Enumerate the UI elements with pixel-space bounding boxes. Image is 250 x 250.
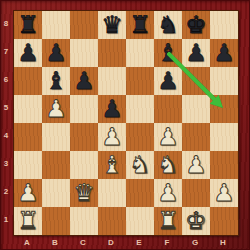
square-a5[interactable] [14, 95, 42, 123]
piece-white-pawn-g3[interactable]: ♟ [182, 151, 210, 179]
file-label-A: A [13, 236, 41, 250]
square-f4[interactable]: ♟ [154, 123, 182, 151]
square-b8[interactable] [42, 11, 70, 39]
piece-black-knight-f8[interactable]: ♞ [154, 11, 182, 39]
piece-black-pawn-d5[interactable]: ♟ [98, 95, 126, 123]
piece-white-pawn-f2[interactable]: ♟ [154, 179, 182, 207]
square-h8[interactable] [210, 11, 238, 39]
rank-label-8: 8 [0, 10, 12, 38]
square-a2[interactable]: ♟ [14, 179, 42, 207]
square-b4[interactable] [42, 123, 70, 151]
square-a7[interactable]: ♟ [14, 39, 42, 67]
square-f2[interactable]: ♟ [154, 179, 182, 207]
square-b3[interactable] [42, 151, 70, 179]
piece-black-pawn-b7[interactable]: ♟ [42, 39, 70, 67]
square-e1[interactable] [126, 207, 154, 235]
square-b2[interactable] [42, 179, 70, 207]
square-d3[interactable]: ♝ [98, 151, 126, 179]
piece-black-pawn-f6[interactable]: ♟ [154, 67, 182, 95]
square-d1[interactable] [98, 207, 126, 235]
square-g1[interactable]: ♚ [182, 207, 210, 235]
piece-white-bishop-d3[interactable]: ♝ [98, 151, 126, 179]
square-e3[interactable]: ♞ [126, 151, 154, 179]
piece-white-pawn-d4[interactable]: ♟ [98, 123, 126, 151]
square-h7[interactable]: ♟ [210, 39, 238, 67]
rank-label-3: 3 [0, 150, 12, 178]
piece-black-pawn-h7[interactable]: ♟ [210, 39, 238, 67]
file-label-C: C [69, 236, 97, 250]
square-e2[interactable] [126, 179, 154, 207]
rank-label-6: 6 [0, 66, 12, 94]
file-label-F: F [153, 236, 181, 250]
square-h1[interactable] [210, 207, 238, 235]
square-f1[interactable]: ♜ [154, 207, 182, 235]
square-d8[interactable]: ♛ [98, 11, 126, 39]
file-label-D: D [97, 236, 125, 250]
piece-black-king-g8[interactable]: ♚ [182, 11, 210, 39]
rank-label-7: 7 [0, 38, 12, 66]
square-f6[interactable]: ♟ [154, 67, 182, 95]
square-a8[interactable]: ♜ [14, 11, 42, 39]
rank-label-4: 4 [0, 122, 12, 150]
square-a4[interactable] [14, 123, 42, 151]
square-b7[interactable]: ♟ [42, 39, 70, 67]
square-h5[interactable] [210, 95, 238, 123]
piece-black-bishop-f7[interactable]: ♝ [154, 39, 182, 67]
square-e7[interactable] [126, 39, 154, 67]
piece-black-queen-d8[interactable]: ♛ [98, 11, 126, 39]
square-g8[interactable]: ♚ [182, 11, 210, 39]
square-f5[interactable] [154, 95, 182, 123]
square-h3[interactable] [210, 151, 238, 179]
square-a6[interactable] [14, 67, 42, 95]
square-g5[interactable] [182, 95, 210, 123]
square-f7[interactable]: ♝ [154, 39, 182, 67]
square-c6[interactable]: ♟ [70, 67, 98, 95]
square-c4[interactable] [70, 123, 98, 151]
piece-white-queen-c2[interactable]: ♛ [70, 179, 98, 207]
rank-label-2: 2 [0, 178, 12, 206]
piece-white-knight-f3[interactable]: ♞ [154, 151, 182, 179]
square-b1[interactable] [42, 207, 70, 235]
square-d6[interactable] [98, 67, 126, 95]
square-g6[interactable] [182, 67, 210, 95]
square-g7[interactable]: ♟ [182, 39, 210, 67]
square-d7[interactable] [98, 39, 126, 67]
square-d5[interactable]: ♟ [98, 95, 126, 123]
square-g3[interactable]: ♟ [182, 151, 210, 179]
square-g4[interactable] [182, 123, 210, 151]
square-e5[interactable] [126, 95, 154, 123]
square-e6[interactable] [126, 67, 154, 95]
square-b5[interactable]: ♟ [42, 95, 70, 123]
square-c8[interactable] [70, 11, 98, 39]
rank-label-1: 1 [0, 206, 12, 234]
piece-black-bishop-b6[interactable]: ♝ [42, 67, 70, 95]
square-c2[interactable]: ♛ [70, 179, 98, 207]
piece-white-pawn-b5[interactable]: ♟ [42, 95, 70, 123]
square-c1[interactable] [70, 207, 98, 235]
piece-black-pawn-a7[interactable]: ♟ [14, 39, 42, 67]
file-label-H: H [209, 236, 237, 250]
square-f3[interactable]: ♞ [154, 151, 182, 179]
square-e4[interactable] [126, 123, 154, 151]
square-b6[interactable]: ♝ [42, 67, 70, 95]
square-f8[interactable]: ♞ [154, 11, 182, 39]
square-c3[interactable] [70, 151, 98, 179]
square-g2[interactable] [182, 179, 210, 207]
piece-black-pawn-g7[interactable]: ♟ [182, 39, 210, 67]
square-h6[interactable] [210, 67, 238, 95]
piece-white-rook-a1[interactable]: ♜ [14, 207, 42, 235]
square-a1[interactable]: ♜ [14, 207, 42, 235]
piece-white-king-g1[interactable]: ♚ [182, 207, 210, 235]
square-h4[interactable] [210, 123, 238, 151]
square-h2[interactable]: ♟ [210, 179, 238, 207]
file-label-G: G [181, 236, 209, 250]
piece-white-pawn-h2[interactable]: ♟ [210, 179, 238, 207]
square-d2[interactable] [98, 179, 126, 207]
board-frame: ♜♛♜♞♚♟♟♝♟♟♝♟♟♟♟♟♟♝♞♞♟♟♛♟♟♜♜♚ 87654321 AB… [0, 0, 250, 250]
square-c7[interactable] [70, 39, 98, 67]
square-d4[interactable]: ♟ [98, 123, 126, 151]
piece-white-pawn-a2[interactable]: ♟ [14, 179, 42, 207]
piece-white-pawn-f4[interactable]: ♟ [154, 123, 182, 151]
rank-label-5: 5 [0, 94, 12, 122]
square-a3[interactable] [14, 151, 42, 179]
piece-black-rook-a8[interactable]: ♜ [14, 11, 42, 39]
chess-board: ♜♛♜♞♚♟♟♝♟♟♝♟♟♟♟♟♟♝♞♞♟♟♛♟♟♜♜♚ [13, 10, 239, 236]
square-e8[interactable]: ♜ [126, 11, 154, 39]
piece-black-pawn-c6[interactable]: ♟ [70, 67, 98, 95]
piece-black-rook-e8[interactable]: ♜ [126, 11, 154, 39]
file-label-B: B [41, 236, 69, 250]
piece-white-knight-e3[interactable]: ♞ [126, 151, 154, 179]
square-c5[interactable] [70, 95, 98, 123]
piece-white-rook-f1[interactable]: ♜ [154, 207, 182, 235]
file-label-E: E [125, 236, 153, 250]
